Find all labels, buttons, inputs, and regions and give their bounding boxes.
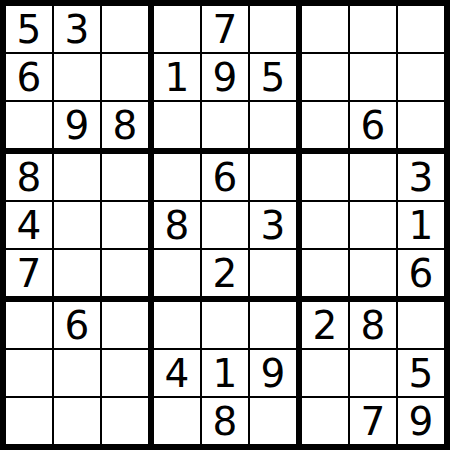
cell-r1c5[interactable]: 7 <box>202 6 248 52</box>
cell-r5c3[interactable] <box>102 202 148 248</box>
cell-r5c7[interactable] <box>302 202 348 248</box>
cell-r4c7[interactable] <box>302 154 348 200</box>
cell-r6c4[interactable] <box>154 250 200 296</box>
cell-r8c5[interactable]: 1 <box>202 350 248 396</box>
cell-r2c8[interactable] <box>350 54 396 100</box>
cell-r8c2[interactable] <box>54 350 100 396</box>
cell-r2c6[interactable]: 5 <box>250 54 296 100</box>
cell-r4c5[interactable]: 6 <box>202 154 248 200</box>
cell-r4c6[interactable] <box>250 154 296 200</box>
cell-r2c5[interactable]: 9 <box>202 54 248 100</box>
cell-r2c2[interactable] <box>54 54 100 100</box>
cell-r9c4[interactable] <box>154 398 200 444</box>
cell-r6c2[interactable] <box>54 250 100 296</box>
cell-r8c9[interactable]: 5 <box>398 350 444 396</box>
cell-r7c8[interactable]: 8 <box>350 302 396 348</box>
cell-r6c7[interactable] <box>302 250 348 296</box>
cell-r3c4[interactable] <box>154 102 200 148</box>
cell-r9c6[interactable] <box>250 398 296 444</box>
cell-r6c8[interactable] <box>350 250 396 296</box>
cell-r8c7[interactable] <box>302 350 348 396</box>
cell-r7c3[interactable] <box>102 302 148 348</box>
cell-r4c2[interactable] <box>54 154 100 200</box>
cell-r9c1[interactable] <box>6 398 52 444</box>
cell-r1c3[interactable] <box>102 6 148 52</box>
cell-r3c6[interactable] <box>250 102 296 148</box>
cell-r2c1[interactable]: 6 <box>6 54 52 100</box>
cell-r6c5[interactable]: 2 <box>202 250 248 296</box>
cell-r3c5[interactable] <box>202 102 248 148</box>
cell-r3c8[interactable]: 6 <box>350 102 396 148</box>
cell-r5c2[interactable] <box>54 202 100 248</box>
cell-r7c9[interactable] <box>398 302 444 348</box>
cell-r7c5[interactable] <box>202 302 248 348</box>
cell-r4c9[interactable]: 3 <box>398 154 444 200</box>
cell-r7c1[interactable] <box>6 302 52 348</box>
cell-r6c9[interactable]: 6 <box>398 250 444 296</box>
cell-r8c4[interactable]: 4 <box>154 350 200 396</box>
cell-r9c5[interactable]: 8 <box>202 398 248 444</box>
cell-r4c8[interactable] <box>350 154 396 200</box>
cell-r3c2[interactable]: 9 <box>54 102 100 148</box>
cell-r1c2[interactable]: 3 <box>54 6 100 52</box>
cell-r2c7[interactable] <box>302 54 348 100</box>
cell-r7c7[interactable]: 2 <box>302 302 348 348</box>
cell-r5c4[interactable]: 8 <box>154 202 200 248</box>
cell-r6c6[interactable] <box>250 250 296 296</box>
cell-r3c1[interactable] <box>6 102 52 148</box>
cell-r9c8[interactable]: 7 <box>350 398 396 444</box>
cell-r5c5[interactable] <box>202 202 248 248</box>
cell-r4c1[interactable]: 8 <box>6 154 52 200</box>
cell-r1c4[interactable] <box>154 6 200 52</box>
cell-r1c1[interactable]: 5 <box>6 6 52 52</box>
sudoku-board: 537619598686348317266284195879 <box>0 0 450 450</box>
cell-r3c9[interactable] <box>398 102 444 148</box>
cell-r1c9[interactable] <box>398 6 444 52</box>
cell-r3c3[interactable]: 8 <box>102 102 148 148</box>
cell-r8c8[interactable] <box>350 350 396 396</box>
cell-r3c7[interactable] <box>302 102 348 148</box>
cell-r2c3[interactable] <box>102 54 148 100</box>
cell-r1c6[interactable] <box>250 6 296 52</box>
cell-r4c4[interactable] <box>154 154 200 200</box>
cell-r2c4[interactable]: 1 <box>154 54 200 100</box>
cell-r1c8[interactable] <box>350 6 396 52</box>
cell-r8c3[interactable] <box>102 350 148 396</box>
cell-r6c1[interactable]: 7 <box>6 250 52 296</box>
cell-r7c4[interactable] <box>154 302 200 348</box>
cell-r9c7[interactable] <box>302 398 348 444</box>
cell-r9c2[interactable] <box>54 398 100 444</box>
cell-r5c8[interactable] <box>350 202 396 248</box>
cell-r7c2[interactable]: 6 <box>54 302 100 348</box>
cell-r6c3[interactable] <box>102 250 148 296</box>
cell-r2c9[interactable] <box>398 54 444 100</box>
cell-r5c9[interactable]: 1 <box>398 202 444 248</box>
cell-r9c9[interactable]: 9 <box>398 398 444 444</box>
cell-r8c6[interactable]: 9 <box>250 350 296 396</box>
cell-r5c1[interactable]: 4 <box>6 202 52 248</box>
cell-r7c6[interactable] <box>250 302 296 348</box>
cell-r1c7[interactable] <box>302 6 348 52</box>
cell-r4c3[interactable] <box>102 154 148 200</box>
cell-r9c3[interactable] <box>102 398 148 444</box>
cell-r8c1[interactable] <box>6 350 52 396</box>
cell-r5c6[interactable]: 3 <box>250 202 296 248</box>
